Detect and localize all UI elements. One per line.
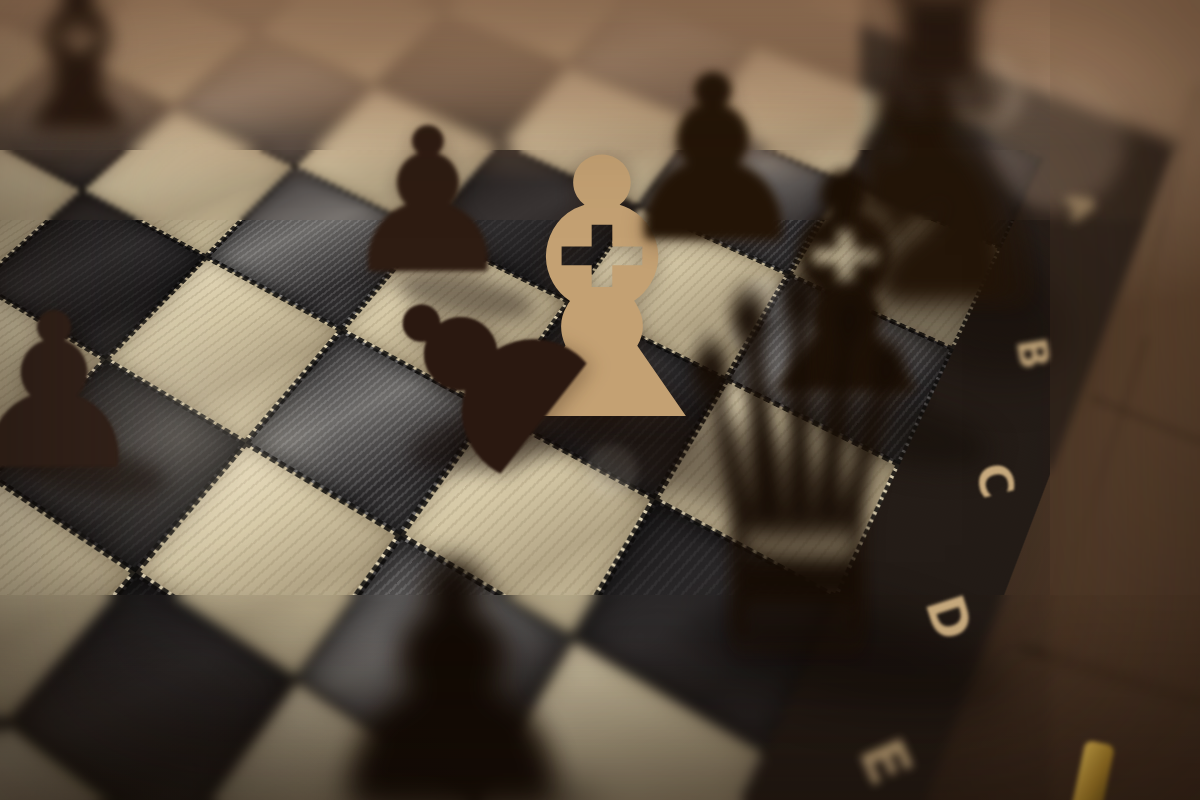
chess-photo-scene: ABCDE ♝♟♟♝♟♟♝♞♜♛♟: [0, 0, 1200, 800]
table-crack: [1019, 645, 1200, 707]
piece-far-dark-piece[interactable]: ♝: [0, 0, 168, 158]
table-crack: [1089, 395, 1200, 447]
piece-black-queen-fg[interactable]: ♛: [660, 218, 938, 718]
brass-hinge: [1071, 740, 1115, 800]
piece-black-rook[interactable]: ♜: [852, 0, 1027, 138]
piece-black-pawn-fg[interactable]: ♟: [305, 523, 601, 800]
piece-black-pawn-left[interactable]: ♟: [0, 285, 150, 500]
